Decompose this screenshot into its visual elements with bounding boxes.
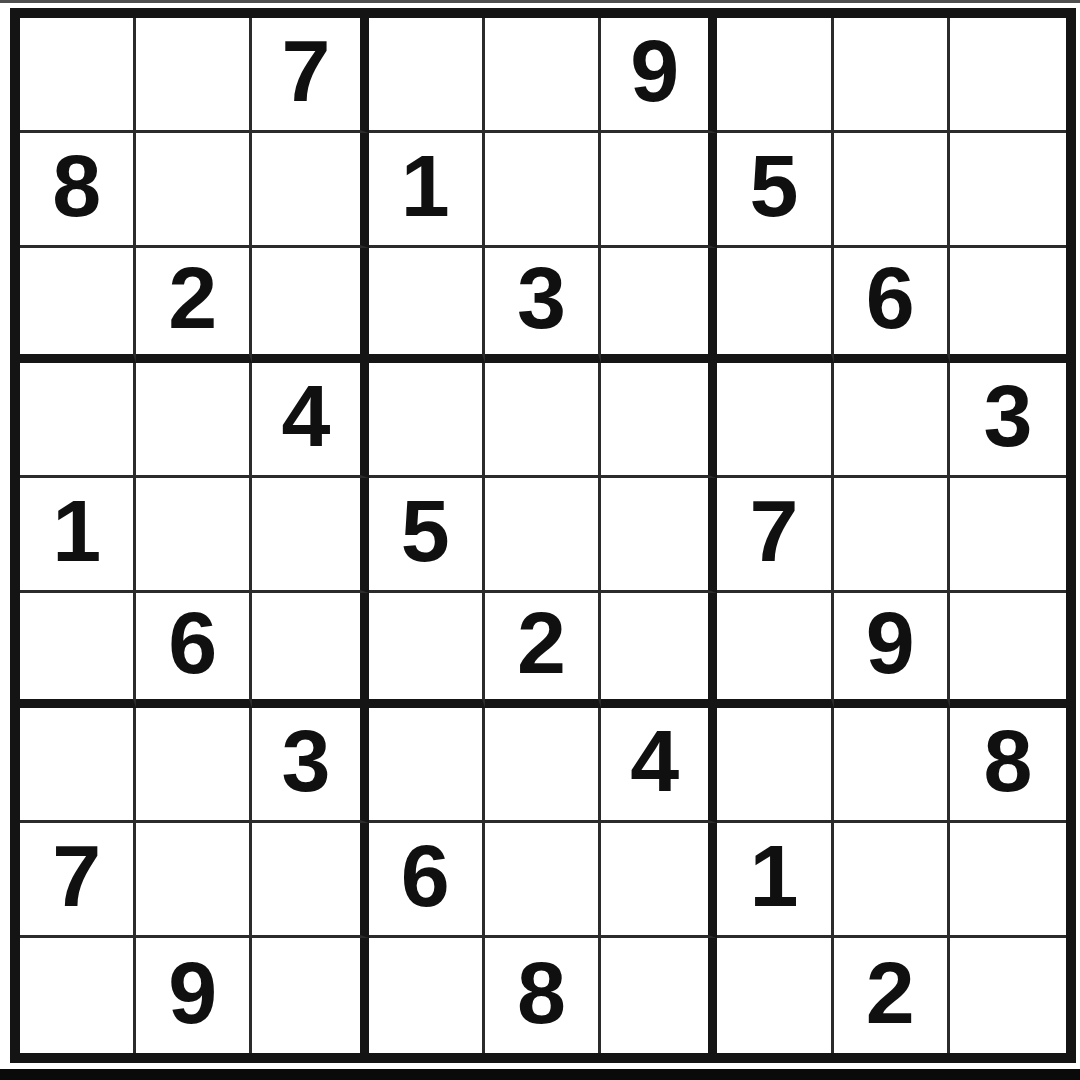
sudoku-board: 7981523643157629348761982	[10, 8, 1076, 1063]
given-digit: 4	[630, 717, 679, 805]
cell-r4c8[interactable]	[834, 363, 950, 478]
given-digit: 7	[282, 27, 331, 115]
cell-r8c6[interactable]	[601, 823, 717, 938]
cell-r6c1[interactable]	[20, 593, 136, 708]
cell-r4c2[interactable]	[136, 363, 252, 478]
cell-r3c2[interactable]: 2	[136, 248, 252, 363]
cell-r1c1[interactable]	[20, 18, 136, 133]
cell-r3c1[interactable]	[20, 248, 136, 363]
cell-r4c4[interactable]	[369, 363, 485, 478]
given-digit: 9	[168, 949, 217, 1037]
cell-r6c7[interactable]	[717, 593, 833, 708]
cell-r9c3[interactable]	[252, 938, 368, 1053]
cell-r5c8[interactable]	[834, 478, 950, 593]
cell-r9c9[interactable]	[950, 938, 1066, 1053]
given-digit: 2	[517, 599, 566, 687]
cell-r5c5[interactable]	[485, 478, 601, 593]
cell-r1c5[interactable]	[485, 18, 601, 133]
cell-r1c7[interactable]	[717, 18, 833, 133]
cell-r3c3[interactable]	[252, 248, 368, 363]
cell-r4c9[interactable]: 3	[950, 363, 1066, 478]
cell-r8c9[interactable]	[950, 823, 1066, 938]
cell-r3c7[interactable]	[717, 248, 833, 363]
cell-r1c3[interactable]: 7	[252, 18, 368, 133]
cell-r7c9[interactable]: 8	[950, 708, 1066, 823]
cell-r9c7[interactable]	[717, 938, 833, 1053]
cell-r4c6[interactable]	[601, 363, 717, 478]
scanned-page: 7981523643157629348761982	[0, 0, 1080, 1080]
cell-r7c4[interactable]	[369, 708, 485, 823]
cell-r7c6[interactable]: 4	[601, 708, 717, 823]
given-digit: 8	[52, 142, 101, 230]
cell-r1c4[interactable]	[369, 18, 485, 133]
given-digit: 3	[983, 372, 1032, 460]
cell-r8c3[interactable]	[252, 823, 368, 938]
given-digit: 4	[282, 372, 331, 460]
cell-r2c4[interactable]: 1	[369, 133, 485, 248]
cell-r5c1[interactable]: 1	[20, 478, 136, 593]
cell-r2c6[interactable]	[601, 133, 717, 248]
cell-r6c4[interactable]	[369, 593, 485, 708]
cell-r8c7[interactable]: 1	[717, 823, 833, 938]
cell-r5c6[interactable]	[601, 478, 717, 593]
given-digit: 9	[866, 599, 915, 687]
cell-r6c8[interactable]: 9	[834, 593, 950, 708]
cell-r7c3[interactable]: 3	[252, 708, 368, 823]
given-digit: 9	[630, 27, 679, 115]
given-digit: 3	[282, 717, 331, 805]
cell-r4c7[interactable]	[717, 363, 833, 478]
given-digit: 5	[749, 142, 798, 230]
cell-r6c6[interactable]	[601, 593, 717, 708]
cell-r8c5[interactable]	[485, 823, 601, 938]
cell-r1c2[interactable]	[136, 18, 252, 133]
cell-r8c4[interactable]: 6	[369, 823, 485, 938]
given-digit: 7	[52, 832, 101, 920]
given-digit: 1	[401, 142, 450, 230]
given-digit: 2	[866, 949, 915, 1037]
cell-r2c1[interactable]: 8	[20, 133, 136, 248]
cell-r2c7[interactable]: 5	[717, 133, 833, 248]
given-digit: 6	[866, 254, 915, 342]
given-digit: 6	[168, 599, 217, 687]
cell-r8c8[interactable]	[834, 823, 950, 938]
cell-r9c1[interactable]	[20, 938, 136, 1053]
cell-r8c1[interactable]: 7	[20, 823, 136, 938]
given-digit: 5	[401, 487, 450, 575]
cell-r9c6[interactable]	[601, 938, 717, 1053]
given-digit: 2	[168, 254, 217, 342]
cell-r2c2[interactable]	[136, 133, 252, 248]
scan-artifact-top-line	[0, 0, 1080, 3]
cell-r5c2[interactable]	[136, 478, 252, 593]
cell-r7c2[interactable]	[136, 708, 252, 823]
cell-r6c5[interactable]: 2	[485, 593, 601, 708]
cell-r6c3[interactable]	[252, 593, 368, 708]
cell-r9c4[interactable]	[369, 938, 485, 1053]
cell-r5c7[interactable]: 7	[717, 478, 833, 593]
cell-r2c8[interactable]	[834, 133, 950, 248]
cell-r4c1[interactable]	[20, 363, 136, 478]
cell-r7c1[interactable]	[20, 708, 136, 823]
cell-r9c5[interactable]: 8	[485, 938, 601, 1053]
cell-r8c2[interactable]	[136, 823, 252, 938]
cell-r4c5[interactable]	[485, 363, 601, 478]
scan-artifact-bottom-bar	[0, 1069, 1080, 1080]
cell-r3c8[interactable]: 6	[834, 248, 950, 363]
cell-r4c3[interactable]: 4	[252, 363, 368, 478]
cell-r3c4[interactable]	[369, 248, 485, 363]
given-digit: 1	[52, 487, 101, 575]
cell-r2c5[interactable]	[485, 133, 601, 248]
given-digit: 1	[749, 832, 798, 920]
cell-r2c3[interactable]	[252, 133, 368, 248]
cell-r5c9[interactable]	[950, 478, 1066, 593]
given-digit: 7	[749, 487, 798, 575]
cell-r1c6[interactable]: 9	[601, 18, 717, 133]
cell-r1c8[interactable]	[834, 18, 950, 133]
cell-r9c2[interactable]: 9	[136, 938, 252, 1053]
cell-r3c5[interactable]: 3	[485, 248, 601, 363]
cell-r3c6[interactable]	[601, 248, 717, 363]
cell-r5c3[interactable]	[252, 478, 368, 593]
cell-r7c8[interactable]	[834, 708, 950, 823]
cell-r5c4[interactable]: 5	[369, 478, 485, 593]
given-digit: 6	[401, 832, 450, 920]
cell-r6c9[interactable]	[950, 593, 1066, 708]
cell-r6c2[interactable]: 6	[136, 593, 252, 708]
cell-r1c9[interactable]	[950, 18, 1066, 133]
cell-r9c8[interactable]: 2	[834, 938, 950, 1053]
given-digit: 3	[517, 254, 566, 342]
given-digit: 8	[517, 949, 566, 1037]
cell-r7c7[interactable]	[717, 708, 833, 823]
cell-r2c9[interactable]	[950, 133, 1066, 248]
cell-r3c9[interactable]	[950, 248, 1066, 363]
given-digit: 8	[983, 717, 1032, 805]
cell-r7c5[interactable]	[485, 708, 601, 823]
